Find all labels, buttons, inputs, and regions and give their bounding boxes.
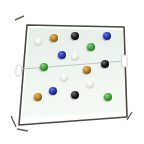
marble-amber[interactable] (34, 93, 42, 101)
marble-blue[interactable] (103, 32, 111, 40)
marble-clear[interactable] (87, 81, 94, 88)
marble-green[interactable] (87, 43, 95, 51)
marble-blue[interactable] (49, 87, 57, 95)
marble-green[interactable] (40, 63, 48, 71)
marble-green[interactable] (104, 93, 112, 101)
photo-stage (0, 0, 144, 144)
marble-amber[interactable] (50, 34, 58, 42)
marble-black[interactable] (71, 32, 79, 40)
marble-clear[interactable] (35, 38, 42, 45)
marble-clear[interactable] (72, 53, 79, 60)
marble-black[interactable] (101, 60, 109, 68)
marble-clear[interactable] (61, 74, 68, 81)
marble-amber[interactable] (83, 66, 91, 74)
marble-blue[interactable] (58, 51, 66, 59)
marble-layer (0, 0, 144, 144)
marble-black[interactable] (71, 91, 79, 99)
